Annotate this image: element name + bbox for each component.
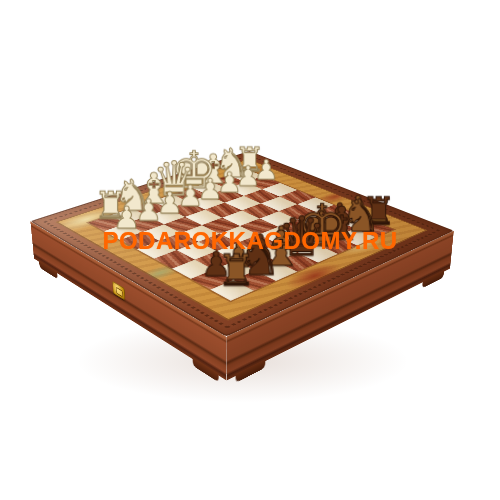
box-foot [39,260,58,279]
brass-clasp-icon [112,281,125,301]
piece-brown-rook[interactable]: ♜ [202,249,271,292]
box-foot [422,270,444,289]
screenshot-root: ♜♞♝♛♚♝♞♜♟♟♟♟♟♟♟♟♟♟♟♟♟♟♟♟♜♞♝♛♚♝♞♜ PODAROK… [0,0,500,500]
chess-box: ♜♞♝♛♚♝♞♜♟♟♟♟♟♟♟♟♟♟♟♟♟♟♟♟♜♞♝♛♚♝♞♜ [30,151,454,337]
piece-white-pawn[interactable]: ♟ [96,203,157,233]
